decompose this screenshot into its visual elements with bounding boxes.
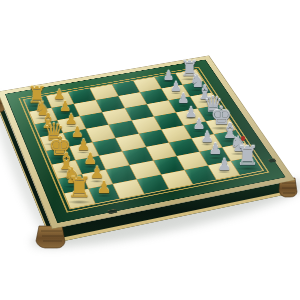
piece-white-rook-h1[interactable]: ♜: [66, 174, 91, 202]
red-sticker-dot: [241, 136, 245, 141]
piece-black-pawn-h7[interactable]: ♟: [217, 157, 231, 173]
piece-white-pawn-h2[interactable]: ♟: [96, 179, 111, 196]
brand-stamp: [268, 158, 277, 163]
piece-black-rook-h8[interactable]: ♜: [236, 143, 260, 169]
product-photo-stage: ♜♞♝♛♚♝♞♜♟♟♟♟♟♟♟♟♟♟♟♟♟♟♟♟♜♞♝♛♚♝♞♜: [0, 0, 300, 300]
foot-bottom-corner: [36, 226, 65, 248]
